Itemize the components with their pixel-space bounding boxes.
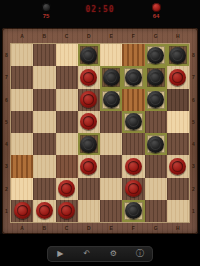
black-piece-f7[interactable] — [125, 69, 142, 86]
square-d8[interactable] — [78, 44, 100, 66]
file-label-d: D — [78, 222, 100, 233]
red-piece-c2[interactable] — [58, 180, 75, 197]
square-d6[interactable] — [78, 89, 100, 111]
square-b4[interactable] — [33, 133, 55, 155]
red-piece-f3[interactable] — [125, 158, 142, 175]
info-icon: ⓘ — [136, 250, 144, 258]
red-piece-f2[interactable] — [125, 180, 142, 197]
square-a6[interactable] — [11, 89, 33, 111]
rank-label-4: 4 — [189, 133, 198, 155]
red-piece-a1[interactable] — [14, 202, 31, 219]
rank-label-3: 3 — [189, 155, 198, 177]
square-f6[interactable] — [122, 89, 144, 111]
square-b6[interactable] — [33, 89, 55, 111]
black-piece-f5[interactable] — [125, 113, 142, 130]
square-a2[interactable] — [11, 178, 33, 200]
square-f8[interactable] — [122, 44, 144, 66]
undo-button[interactable]: ↶ — [77, 247, 97, 261]
red-piece-h3[interactable] — [169, 158, 186, 175]
square-b5[interactable] — [33, 111, 55, 133]
black-piece-d4[interactable] — [80, 136, 97, 153]
file-label-e: E — [100, 222, 122, 233]
red-checker-icon — [152, 3, 161, 12]
rank-labels-right: 87654321 — [189, 44, 198, 222]
square-a7[interactable] — [11, 66, 33, 88]
square-h5[interactable] — [167, 111, 189, 133]
square-e4[interactable] — [100, 133, 122, 155]
square-c3[interactable] — [56, 155, 78, 177]
rank-label-8: 8 — [2, 44, 11, 66]
file-label-d: D — [78, 30, 100, 41]
square-f7[interactable] — [122, 66, 144, 88]
square-g8[interactable] — [145, 44, 167, 66]
square-f4[interactable] — [122, 133, 144, 155]
square-h2[interactable] — [167, 178, 189, 200]
square-b8[interactable] — [33, 44, 55, 66]
square-d4[interactable] — [78, 133, 100, 155]
rank-label-1: 1 — [189, 200, 198, 222]
file-label-a: A — [11, 30, 33, 41]
square-c2[interactable] — [56, 178, 78, 200]
rank-label-4: 4 — [2, 133, 11, 155]
square-d2[interactable] — [78, 178, 100, 200]
file-label-h: H — [167, 222, 189, 233]
black-piece-h8[interactable] — [169, 47, 186, 64]
red-piece-d7[interactable] — [80, 69, 97, 86]
square-g1[interactable] — [145, 200, 167, 222]
rank-label-7: 7 — [2, 66, 11, 88]
bottom-toolbar-area: ▶↶⚙ⓘ — [0, 234, 200, 266]
red-player-score: 64 — [153, 13, 160, 19]
square-g5[interactable] — [145, 111, 167, 133]
square-e3[interactable] — [100, 155, 122, 177]
red-piece-d5[interactable] — [80, 113, 97, 130]
square-f3[interactable] — [122, 155, 144, 177]
square-h3[interactable] — [167, 155, 189, 177]
square-c6[interactable] — [56, 89, 78, 111]
square-g2[interactable] — [145, 178, 167, 200]
square-h7[interactable] — [167, 66, 189, 88]
square-f5[interactable] — [122, 111, 144, 133]
square-d5[interactable] — [78, 111, 100, 133]
black-piece-g4[interactable] — [147, 136, 164, 153]
square-f1[interactable] — [122, 200, 144, 222]
toolbar: ▶↶⚙ⓘ — [47, 246, 153, 262]
file-label-f: F — [122, 222, 144, 233]
file-label-b: B — [33, 222, 55, 233]
board-grid — [11, 44, 189, 222]
square-h6[interactable] — [167, 89, 189, 111]
black-piece-g8[interactable] — [147, 47, 164, 64]
square-e6[interactable] — [100, 89, 122, 111]
file-label-c: C — [56, 222, 78, 233]
rank-label-3: 3 — [2, 155, 11, 177]
square-h8[interactable] — [167, 44, 189, 66]
file-label-g: G — [145, 30, 167, 41]
square-c7[interactable] — [56, 66, 78, 88]
file-label-h: H — [167, 30, 189, 41]
play-icon: ▶ — [57, 250, 63, 258]
settings-button[interactable]: ⚙ — [103, 247, 123, 261]
square-d3[interactable] — [78, 155, 100, 177]
square-g7[interactable] — [145, 66, 167, 88]
top-status-bar: 75 02:50 64 — [0, 0, 200, 28]
black-piece-g6[interactable] — [147, 91, 164, 108]
black-piece-d8[interactable] — [80, 47, 97, 64]
square-e8[interactable] — [100, 44, 122, 66]
square-b3[interactable] — [33, 155, 55, 177]
square-d7[interactable] — [78, 66, 100, 88]
file-label-c: C — [56, 30, 78, 41]
rank-label-6: 6 — [2, 89, 11, 111]
red-piece-c1[interactable] — [58, 202, 75, 219]
red-piece-h7[interactable] — [169, 69, 186, 86]
file-labels-bottom: ABCDEFGH — [11, 222, 189, 233]
checkers-app: 75 02:50 64 ABCDEFGH 87654321 87654321 A… — [0, 0, 200, 266]
square-a8[interactable] — [11, 44, 33, 66]
square-b7[interactable] — [33, 66, 55, 88]
square-g3[interactable] — [145, 155, 167, 177]
file-label-b: B — [33, 30, 55, 41]
black-piece-g7[interactable] — [147, 69, 164, 86]
square-g6[interactable] — [145, 89, 167, 111]
game-timer: 02:50 — [0, 5, 200, 14]
red-piece-d3[interactable] — [80, 158, 97, 175]
square-e2[interactable] — [100, 178, 122, 200]
square-a1[interactable] — [11, 200, 33, 222]
board-frame: ABCDEFGH 87654321 87654321 ABCDEFGH — [2, 28, 198, 234]
square-g4[interactable] — [145, 133, 167, 155]
black-piece-e7[interactable] — [103, 69, 120, 86]
square-c4[interactable] — [56, 133, 78, 155]
square-e7[interactable] — [100, 66, 122, 88]
info-button[interactable]: ⓘ — [130, 247, 150, 261]
square-a4[interactable] — [11, 133, 33, 155]
rank-labels-left: 87654321 — [2, 44, 11, 222]
black-piece-e6[interactable] — [103, 91, 120, 108]
file-label-e: E — [100, 30, 122, 41]
square-a5[interactable] — [11, 111, 33, 133]
square-e5[interactable] — [100, 111, 122, 133]
rank-label-5: 5 — [2, 111, 11, 133]
play-button[interactable]: ▶ — [50, 247, 70, 261]
square-c8[interactable] — [56, 44, 78, 66]
rank-label-2: 2 — [189, 178, 198, 200]
square-b2[interactable] — [33, 178, 55, 200]
rank-label-5: 5 — [189, 111, 198, 133]
undo-icon: ↶ — [83, 250, 90, 258]
square-a3[interactable] — [11, 155, 33, 177]
file-label-a: A — [11, 222, 33, 233]
black-piece-f1[interactable] — [125, 202, 142, 219]
file-labels-top: ABCDEFGH — [11, 30, 189, 41]
square-d1[interactable] — [78, 200, 100, 222]
rank-label-2: 2 — [2, 178, 11, 200]
rank-label-6: 6 — [189, 89, 198, 111]
red-piece-d6[interactable] — [80, 91, 97, 108]
file-label-f: F — [122, 30, 144, 41]
rank-label-8: 8 — [189, 44, 198, 66]
square-b1[interactable] — [33, 200, 55, 222]
red-piece-b1[interactable] — [36, 202, 53, 219]
settings-icon: ⚙ — [110, 250, 117, 258]
file-label-g: G — [145, 222, 167, 233]
square-c5[interactable] — [56, 111, 78, 133]
red-player-status: 64 — [145, 3, 167, 19]
square-h4[interactable] — [167, 133, 189, 155]
square-f2[interactable] — [122, 178, 144, 200]
square-h1[interactable] — [167, 200, 189, 222]
rank-label-7: 7 — [189, 66, 198, 88]
square-e1[interactable] — [100, 200, 122, 222]
square-c1[interactable] — [56, 200, 78, 222]
rank-label-1: 1 — [2, 200, 11, 222]
